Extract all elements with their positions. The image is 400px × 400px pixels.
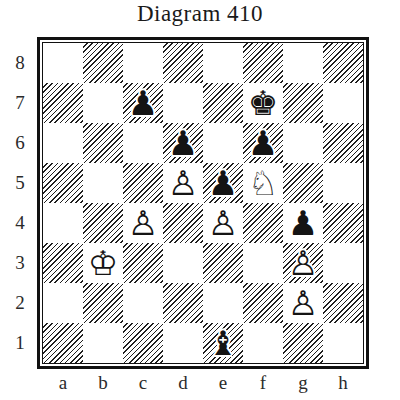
- square-h2: [323, 283, 363, 323]
- square-d1: [163, 323, 203, 363]
- square-h4: [323, 203, 363, 243]
- piece-glyph: ♟: [123, 83, 163, 123]
- square-h7: [323, 83, 363, 123]
- square-c4: ♟♙: [123, 203, 163, 243]
- black-king-f7: ♚♚: [243, 83, 283, 123]
- square-d4: [163, 203, 203, 243]
- square-b2: [83, 283, 123, 323]
- square-b1: [83, 323, 123, 363]
- square-f6: ♟♟: [243, 123, 283, 163]
- square-e1: ♝♝: [203, 323, 243, 363]
- piece-glyph: ♟: [163, 123, 203, 163]
- file-label-h: h: [323, 370, 363, 396]
- rank-label-2: 2: [8, 283, 32, 323]
- square-f1: [243, 323, 283, 363]
- square-e6: [203, 123, 243, 163]
- rank-label-6: 6: [8, 123, 32, 163]
- square-b4: [83, 203, 123, 243]
- square-e7: [203, 83, 243, 123]
- square-d8: [163, 43, 203, 83]
- square-f4: [243, 203, 283, 243]
- square-d7: [163, 83, 203, 123]
- square-f5: ♞♘: [243, 163, 283, 203]
- file-label-f: f: [243, 370, 283, 396]
- square-e3: [203, 243, 243, 283]
- piece-glyph: ♝: [203, 323, 243, 363]
- piece-glyph: ♘: [243, 163, 283, 203]
- square-c1: [123, 323, 163, 363]
- piece-glyph: ♙: [283, 283, 323, 323]
- square-g8: [283, 43, 323, 83]
- square-h5: [323, 163, 363, 203]
- rank-label-1: 1: [8, 323, 32, 363]
- file-label-d: d: [163, 370, 203, 396]
- white-pawn-e4: ♟♙: [203, 203, 243, 243]
- white-pawn-g2: ♟♙: [283, 283, 323, 323]
- square-f2: [243, 283, 283, 323]
- square-g3: ♟♙: [283, 243, 323, 283]
- square-d5: ♟♙: [163, 163, 203, 203]
- rank-label-3: 3: [8, 243, 32, 283]
- rank-label-5: 5: [8, 163, 32, 203]
- square-g7: [283, 83, 323, 123]
- white-king-b3: ♚♔: [83, 243, 123, 283]
- black-pawn-g4: ♟♟: [283, 203, 323, 243]
- black-pawn-e5: ♟♟: [203, 163, 243, 203]
- black-bishop-e1: ♝♝: [203, 323, 243, 363]
- white-pawn-d5: ♟♙: [163, 163, 203, 203]
- square-g1: [283, 323, 323, 363]
- black-pawn-f6: ♟♟: [243, 123, 283, 163]
- square-g6: [283, 123, 323, 163]
- file-label-c: c: [123, 370, 163, 396]
- square-a1: [43, 323, 83, 363]
- piece-glyph: ♟: [203, 163, 243, 203]
- board-grid: ♟♟♚♚♟♟♟♟♟♙♟♟♞♘♟♙♟♙♟♟♚♔♟♙♟♙♝♝: [43, 43, 363, 363]
- square-b7: [83, 83, 123, 123]
- rank-label-4: 4: [8, 203, 32, 243]
- square-d2: [163, 283, 203, 323]
- square-c3: [123, 243, 163, 283]
- piece-glyph: ♔: [83, 243, 123, 283]
- square-f7: ♚♚: [243, 83, 283, 123]
- file-label-a: a: [43, 370, 83, 396]
- square-c6: [123, 123, 163, 163]
- black-pawn-c7: ♟♟: [123, 83, 163, 123]
- square-e5: ♟♟: [203, 163, 243, 203]
- rank-labels: 87654321: [8, 43, 32, 363]
- square-a6: [43, 123, 83, 163]
- white-pawn-g3: ♟♙: [283, 243, 323, 283]
- square-g5: [283, 163, 323, 203]
- white-knight-f5: ♞♘: [243, 163, 283, 203]
- square-e2: [203, 283, 243, 323]
- file-labels: abcdefgh: [43, 370, 363, 396]
- piece-glyph: ♙: [283, 243, 323, 283]
- square-e8: [203, 43, 243, 83]
- square-b5: [83, 163, 123, 203]
- square-a3: [43, 243, 83, 283]
- square-f3: [243, 243, 283, 283]
- square-a8: [43, 43, 83, 83]
- square-c5: [123, 163, 163, 203]
- file-label-g: g: [283, 370, 323, 396]
- square-d3: [163, 243, 203, 283]
- square-h1: [323, 323, 363, 363]
- piece-glyph: ♙: [123, 203, 163, 243]
- square-b6: [83, 123, 123, 163]
- square-a7: [43, 83, 83, 123]
- white-pawn-c4: ♟♙: [123, 203, 163, 243]
- rank-label-8: 8: [8, 43, 32, 83]
- square-c8: [123, 43, 163, 83]
- black-pawn-d6: ♟♟: [163, 123, 203, 163]
- square-h6: [323, 123, 363, 163]
- chess-board: ♟♟♚♚♟♟♟♟♟♙♟♟♞♘♟♙♟♙♟♟♚♔♟♙♟♙♝♝: [37, 37, 369, 369]
- square-a2: [43, 283, 83, 323]
- square-b3: ♚♔: [83, 243, 123, 283]
- square-a4: [43, 203, 83, 243]
- square-d6: ♟♟: [163, 123, 203, 163]
- square-f8: [243, 43, 283, 83]
- square-g2: ♟♙: [283, 283, 323, 323]
- piece-glyph: ♚: [243, 83, 283, 123]
- square-c2: [123, 283, 163, 323]
- piece-glyph: ♙: [203, 203, 243, 243]
- file-label-e: e: [203, 370, 243, 396]
- diagram-title: Diagram 410: [0, 1, 400, 27]
- piece-glyph: ♟: [283, 203, 323, 243]
- square-b8: [83, 43, 123, 83]
- square-a5: [43, 163, 83, 203]
- square-h8: [323, 43, 363, 83]
- square-c7: ♟♟: [123, 83, 163, 123]
- file-label-b: b: [83, 370, 123, 396]
- rank-label-7: 7: [8, 83, 32, 123]
- chess-diagram-page: Diagram 410 87654321 ♟♟♚♚♟♟♟♟♟♙♟♟♞♘♟♙♟♙♟…: [0, 0, 400, 400]
- square-h3: [323, 243, 363, 283]
- piece-glyph: ♙: [163, 163, 203, 203]
- square-e4: ♟♙: [203, 203, 243, 243]
- piece-glyph: ♟: [243, 123, 283, 163]
- board-inner-frame: ♟♟♚♚♟♟♟♟♟♙♟♟♞♘♟♙♟♙♟♟♚♔♟♙♟♙♝♝: [42, 42, 364, 364]
- square-g4: ♟♟: [283, 203, 323, 243]
